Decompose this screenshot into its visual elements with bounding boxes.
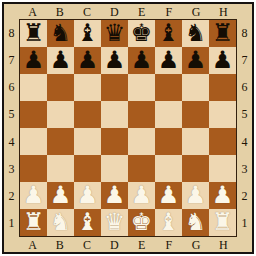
- square-d2[interactable]: ♟: [101, 182, 128, 209]
- file-label-a-top: A: [19, 4, 46, 19]
- black-pawn: ♟: [104, 48, 126, 72]
- rank-label-6-right: 6: [237, 74, 252, 101]
- white-rook: ♜: [212, 210, 234, 234]
- rank-label-3-right: 3: [237, 155, 252, 182]
- black-pawn: ♟: [50, 48, 72, 72]
- file-label-a-bottom: A: [19, 237, 46, 252]
- file-label-g-top: G: [183, 4, 210, 19]
- rank-label-3-left: 3: [4, 155, 19, 182]
- file-label-g-bottom: G: [183, 237, 210, 252]
- square-h8[interactable]: ♜: [209, 20, 236, 47]
- square-c5[interactable]: [74, 101, 101, 128]
- rank-label-5-left: 5: [4, 101, 19, 128]
- square-b8[interactable]: ♞: [47, 20, 74, 47]
- rank-label-4-right: 4: [237, 128, 252, 155]
- black-queen: ♛: [104, 21, 126, 45]
- white-rook: ♜: [23, 210, 45, 234]
- square-h6[interactable]: [209, 74, 236, 101]
- square-g8[interactable]: ♞: [182, 20, 209, 47]
- black-knight: ♞: [50, 21, 72, 45]
- white-pawn: ♟: [50, 183, 72, 207]
- square-e1[interactable]: ♚: [128, 209, 155, 236]
- rank-label-1-left: 1: [4, 210, 19, 237]
- square-b6[interactable]: [47, 74, 74, 101]
- square-e3[interactable]: [128, 155, 155, 182]
- black-pawn: ♟: [185, 48, 207, 72]
- white-pawn: ♟: [77, 183, 99, 207]
- white-queen: ♛: [104, 210, 126, 234]
- file-label-b-top: B: [46, 4, 73, 19]
- white-king: ♚: [131, 210, 153, 234]
- square-a1[interactable]: ♜: [20, 209, 47, 236]
- square-f4[interactable]: [155, 128, 182, 155]
- square-g3[interactable]: [182, 155, 209, 182]
- rank-label-1-right: 1: [237, 210, 252, 237]
- frame-corner-top-right: [237, 4, 252, 19]
- square-c3[interactable]: [74, 155, 101, 182]
- square-g6[interactable]: [182, 74, 209, 101]
- square-a2[interactable]: ♟: [20, 182, 47, 209]
- rank-label-6-left: 6: [4, 74, 19, 101]
- square-d1[interactable]: ♛: [101, 209, 128, 236]
- file-label-d-top: D: [101, 4, 128, 19]
- square-d8[interactable]: ♛: [101, 20, 128, 47]
- square-b4[interactable]: [47, 128, 74, 155]
- square-a4[interactable]: [20, 128, 47, 155]
- black-rook: ♜: [212, 21, 234, 45]
- file-labels-top: ABCDEFGH: [19, 4, 237, 19]
- square-h4[interactable]: [209, 128, 236, 155]
- file-labels-bottom: ABCDEFGH: [19, 237, 237, 252]
- square-a3[interactable]: [20, 155, 47, 182]
- rank-label-8-right: 8: [237, 19, 252, 46]
- chessboard-frame: ABCDEFGH 87654321 ♜♞♝♛♚♝♞♜♟♟♟♟♟♟♟♟♟♟♟♟♟♟…: [2, 2, 254, 254]
- square-c1[interactable]: ♝: [74, 209, 101, 236]
- square-f6[interactable]: [155, 74, 182, 101]
- black-pawn: ♟: [212, 48, 234, 72]
- square-c7[interactable]: ♟: [74, 47, 101, 74]
- black-pawn: ♟: [23, 48, 45, 72]
- rank-label-2-right: 2: [237, 183, 252, 210]
- white-bishop: ♝: [77, 210, 99, 234]
- chessboard: ♜♞♝♛♚♝♞♜♟♟♟♟♟♟♟♟♟♟♟♟♟♟♟♟♜♞♝♛♚♝♞♜: [19, 19, 237, 237]
- square-f2[interactable]: ♟: [155, 182, 182, 209]
- white-pawn: ♟: [23, 183, 45, 207]
- square-f8[interactable]: ♝: [155, 20, 182, 47]
- square-e4[interactable]: [128, 128, 155, 155]
- square-e7[interactable]: ♟: [128, 47, 155, 74]
- square-g1[interactable]: ♞: [182, 209, 209, 236]
- file-label-f-bottom: F: [155, 237, 182, 252]
- white-pawn: ♟: [104, 183, 126, 207]
- square-c4[interactable]: [74, 128, 101, 155]
- square-h5[interactable]: [209, 101, 236, 128]
- square-b1[interactable]: ♞: [47, 209, 74, 236]
- black-bishop: ♝: [158, 21, 180, 45]
- square-h1[interactable]: ♜: [209, 209, 236, 236]
- white-pawn: ♟: [131, 183, 153, 207]
- black-rook: ♜: [23, 21, 45, 45]
- square-b7[interactable]: ♟: [47, 47, 74, 74]
- white-bishop: ♝: [158, 210, 180, 234]
- square-b3[interactable]: [47, 155, 74, 182]
- black-knight: ♞: [185, 21, 207, 45]
- square-h2[interactable]: ♟: [209, 182, 236, 209]
- black-king: ♚: [131, 21, 153, 45]
- file-label-c-bottom: C: [74, 237, 101, 252]
- square-c8[interactable]: ♝: [74, 20, 101, 47]
- file-label-h-top: H: [210, 4, 237, 19]
- file-label-f-top: F: [155, 4, 182, 19]
- white-pawn: ♟: [185, 183, 207, 207]
- rank-label-7-left: 7: [4, 46, 19, 73]
- square-a5[interactable]: [20, 101, 47, 128]
- white-pawn: ♟: [212, 183, 234, 207]
- frame-corner-top-left: [4, 4, 19, 19]
- black-bishop: ♝: [77, 21, 99, 45]
- square-d4[interactable]: [101, 128, 128, 155]
- rank-labels-left: 87654321: [4, 19, 19, 237]
- square-f7[interactable]: ♟: [155, 47, 182, 74]
- square-g2[interactable]: ♟: [182, 182, 209, 209]
- square-h7[interactable]: ♟: [209, 47, 236, 74]
- rank-labels-right: 87654321: [237, 19, 252, 237]
- frame-corner-bottom-right: [237, 237, 252, 252]
- square-f3[interactable]: [155, 155, 182, 182]
- white-pawn: ♟: [158, 183, 180, 207]
- square-e5[interactable]: [128, 101, 155, 128]
- square-e6[interactable]: [128, 74, 155, 101]
- square-b5[interactable]: [47, 101, 74, 128]
- square-f5[interactable]: [155, 101, 182, 128]
- file-label-c-top: C: [74, 4, 101, 19]
- square-g5[interactable]: [182, 101, 209, 128]
- rank-label-2-left: 2: [4, 183, 19, 210]
- square-h3[interactable]: [209, 155, 236, 182]
- square-f1[interactable]: ♝: [155, 209, 182, 236]
- black-pawn: ♟: [77, 48, 99, 72]
- square-d6[interactable]: [101, 74, 128, 101]
- square-e2[interactable]: ♟: [128, 182, 155, 209]
- rank-label-5-right: 5: [237, 101, 252, 128]
- square-d7[interactable]: ♟: [101, 47, 128, 74]
- square-c6[interactable]: [74, 74, 101, 101]
- rank-label-4-left: 4: [4, 128, 19, 155]
- square-d3[interactable]: [101, 155, 128, 182]
- white-knight: ♞: [50, 210, 72, 234]
- rank-label-8-left: 8: [4, 19, 19, 46]
- file-label-d-bottom: D: [101, 237, 128, 252]
- file-label-e-bottom: E: [128, 237, 155, 252]
- square-g7[interactable]: ♟: [182, 47, 209, 74]
- file-label-e-top: E: [128, 4, 155, 19]
- square-g4[interactable]: [182, 128, 209, 155]
- square-a6[interactable]: [20, 74, 47, 101]
- black-pawn: ♟: [158, 48, 180, 72]
- square-a8[interactable]: ♜: [20, 20, 47, 47]
- square-a7[interactable]: ♟: [20, 47, 47, 74]
- square-d5[interactable]: [101, 101, 128, 128]
- square-e8[interactable]: ♚: [128, 20, 155, 47]
- rank-label-7-right: 7: [237, 46, 252, 73]
- file-label-b-bottom: B: [46, 237, 73, 252]
- black-pawn: ♟: [131, 48, 153, 72]
- square-c2[interactable]: ♟: [74, 182, 101, 209]
- frame-corner-bottom-left: [4, 237, 19, 252]
- square-b2[interactable]: ♟: [47, 182, 74, 209]
- white-knight: ♞: [185, 210, 207, 234]
- file-label-h-bottom: H: [210, 237, 237, 252]
